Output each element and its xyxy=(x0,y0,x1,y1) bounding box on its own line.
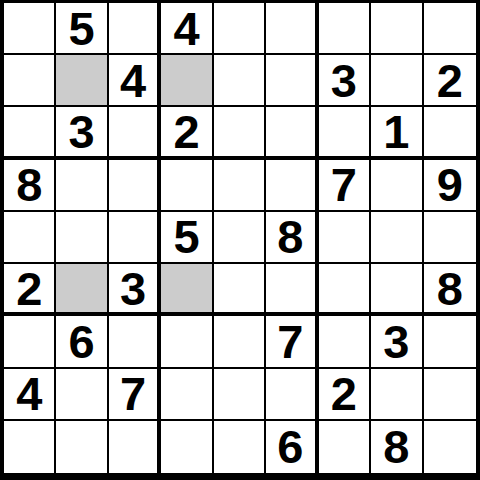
given-digit: 3 xyxy=(120,265,146,312)
cell-r9c2[interactable] xyxy=(56,421,108,473)
cell-r3c2[interactable]: 3 xyxy=(56,107,108,159)
cell-r3c8[interactable]: 1 xyxy=(371,107,423,159)
given-digit: 6 xyxy=(277,423,303,470)
cell-r9c9[interactable] xyxy=(424,421,476,473)
cell-r5c3[interactable] xyxy=(109,212,161,264)
cell-r6c6[interactable] xyxy=(266,264,318,316)
cell-r5c7[interactable] xyxy=(319,212,371,264)
cell-r2c8[interactable] xyxy=(371,55,423,107)
given-digit: 4 xyxy=(120,57,146,104)
given-digit: 2 xyxy=(173,108,199,155)
cell-r5c6[interactable]: 8 xyxy=(266,212,318,264)
given-digit: 2 xyxy=(437,57,463,104)
given-digit: 7 xyxy=(120,370,146,417)
cell-r3c5[interactable] xyxy=(214,107,266,159)
cell-r2c1[interactable] xyxy=(4,55,56,107)
given-digit: 2 xyxy=(331,370,357,417)
cell-r9c1[interactable] xyxy=(4,421,56,473)
cell-r8c9[interactable] xyxy=(424,369,476,421)
cell-r5c2[interactable] xyxy=(56,212,108,264)
cell-r6c7[interactable] xyxy=(319,264,371,316)
cell-r9c3[interactable] xyxy=(109,421,161,473)
cell-r2c4[interactable] xyxy=(161,55,213,107)
cell-r5c5[interactable] xyxy=(214,212,266,264)
cell-r3c6[interactable] xyxy=(266,107,318,159)
cell-r2c5[interactable] xyxy=(214,55,266,107)
cell-r8c5[interactable] xyxy=(214,369,266,421)
cell-r9c4[interactable] xyxy=(161,421,213,473)
cell-r8c3[interactable]: 7 xyxy=(109,369,161,421)
cell-r6c4[interactable] xyxy=(161,264,213,316)
given-digit: 9 xyxy=(437,161,463,208)
cell-r4c3[interactable] xyxy=(109,160,161,212)
cell-r3c3[interactable] xyxy=(109,107,161,159)
cell-r3c4[interactable]: 2 xyxy=(161,107,213,159)
cell-r2c7[interactable]: 3 xyxy=(319,55,371,107)
cell-r1c8[interactable] xyxy=(371,3,423,55)
cell-r6c2[interactable] xyxy=(56,264,108,316)
cell-r3c7[interactable] xyxy=(319,107,371,159)
cell-r9c7[interactable] xyxy=(319,421,371,473)
cell-r7c6[interactable]: 7 xyxy=(266,316,318,368)
cell-r1c2[interactable]: 5 xyxy=(56,3,108,55)
cell-r8c1[interactable]: 4 xyxy=(4,369,56,421)
cell-r6c3[interactable]: 3 xyxy=(109,264,161,316)
cell-r6c9[interactable]: 8 xyxy=(424,264,476,316)
cell-r8c2[interactable] xyxy=(56,369,108,421)
cell-r8c8[interactable] xyxy=(371,369,423,421)
given-digit: 7 xyxy=(331,161,357,208)
cell-r2c9[interactable]: 2 xyxy=(424,55,476,107)
cell-r9c8[interactable]: 8 xyxy=(371,421,423,473)
given-digit: 7 xyxy=(277,318,303,365)
given-digit: 5 xyxy=(173,213,199,260)
cell-r9c6[interactable]: 6 xyxy=(266,421,318,473)
given-digit: 4 xyxy=(16,370,42,417)
cell-r4c7[interactable]: 7 xyxy=(319,160,371,212)
cell-r4c1[interactable]: 8 xyxy=(4,160,56,212)
given-digit: 8 xyxy=(383,423,409,470)
cell-r4c5[interactable] xyxy=(214,160,266,212)
cell-r7c8[interactable]: 3 xyxy=(371,316,423,368)
given-digit: 8 xyxy=(16,161,42,208)
cell-r5c8[interactable] xyxy=(371,212,423,264)
sudoku-board: 544323218795823867347268 xyxy=(0,0,480,480)
cell-r7c3[interactable] xyxy=(109,316,161,368)
cell-r1c7[interactable] xyxy=(319,3,371,55)
cell-r3c9[interactable] xyxy=(424,107,476,159)
cell-r6c1[interactable]: 2 xyxy=(4,264,56,316)
cell-r2c6[interactable] xyxy=(266,55,318,107)
cell-r1c9[interactable] xyxy=(424,3,476,55)
given-digit: 2 xyxy=(16,265,42,312)
cell-r5c1[interactable] xyxy=(4,212,56,264)
cell-r2c3[interactable]: 4 xyxy=(109,55,161,107)
given-digit: 4 xyxy=(173,5,199,52)
cell-r1c5[interactable] xyxy=(214,3,266,55)
cell-r7c4[interactable] xyxy=(161,316,213,368)
cell-r8c6[interactable] xyxy=(266,369,318,421)
cell-r5c9[interactable] xyxy=(424,212,476,264)
given-digit: 8 xyxy=(437,265,463,312)
cell-r4c4[interactable] xyxy=(161,160,213,212)
given-digit: 6 xyxy=(69,318,95,365)
cell-r4c6[interactable] xyxy=(266,160,318,212)
given-digit: 5 xyxy=(69,5,95,52)
cell-r1c3[interactable] xyxy=(109,3,161,55)
given-digit: 3 xyxy=(331,57,357,104)
cell-r1c1[interactable] xyxy=(4,3,56,55)
cell-r7c5[interactable] xyxy=(214,316,266,368)
cell-r1c4[interactable]: 4 xyxy=(161,3,213,55)
cell-r9c5[interactable] xyxy=(214,421,266,473)
cell-r7c2[interactable]: 6 xyxy=(56,316,108,368)
cell-r4c2[interactable] xyxy=(56,160,108,212)
given-digit: 8 xyxy=(277,213,303,260)
cell-r3c1[interactable] xyxy=(4,107,56,159)
cell-r6c5[interactable] xyxy=(214,264,266,316)
cell-r8c7[interactable]: 2 xyxy=(319,369,371,421)
given-digit: 3 xyxy=(383,318,409,365)
cell-r5c4[interactable]: 5 xyxy=(161,212,213,264)
cell-r4c9[interactable]: 9 xyxy=(424,160,476,212)
cell-r8c4[interactable] xyxy=(161,369,213,421)
cell-r7c7[interactable] xyxy=(319,316,371,368)
given-digit: 3 xyxy=(69,108,95,155)
cell-r2c2[interactable] xyxy=(56,55,108,107)
cell-r1c6[interactable] xyxy=(266,3,318,55)
cell-r7c9[interactable] xyxy=(424,316,476,368)
cell-r7c1[interactable] xyxy=(4,316,56,368)
cell-r6c8[interactable] xyxy=(371,264,423,316)
cell-r4c8[interactable] xyxy=(371,160,423,212)
given-digit: 1 xyxy=(383,108,409,155)
